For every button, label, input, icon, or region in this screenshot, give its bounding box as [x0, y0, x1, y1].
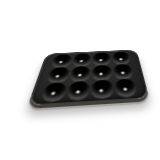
muffin-cup — [114, 79, 137, 97]
cup-cell — [50, 54, 73, 68]
cup-cell — [68, 66, 91, 82]
muffin-pan — [28, 50, 150, 106]
muffin-cup — [112, 52, 131, 65]
cup-cell — [71, 53, 92, 67]
muffin-cup — [92, 53, 110, 66]
cup-cell — [111, 52, 132, 65]
muffin-cup — [72, 53, 91, 66]
product-photo — [0, 0, 160, 160]
muffin-cup — [69, 66, 90, 82]
cup-cell — [91, 65, 113, 81]
muffin-cup — [113, 64, 134, 79]
cup-cell — [65, 81, 91, 101]
muffin-cup — [91, 80, 113, 99]
muffin-cup — [51, 54, 72, 67]
muffin-cup — [66, 81, 90, 100]
cup-cell — [39, 82, 68, 102]
cup-cell — [113, 78, 139, 97]
muffin-cup-grid — [39, 52, 138, 102]
muffin-cup — [46, 67, 69, 83]
muffin-cup — [41, 82, 67, 101]
cup-cell — [90, 80, 115, 99]
cup-cell — [91, 52, 111, 65]
muffin-cup — [92, 65, 112, 81]
cup-cell — [112, 64, 135, 80]
cup-cell — [45, 67, 71, 83]
